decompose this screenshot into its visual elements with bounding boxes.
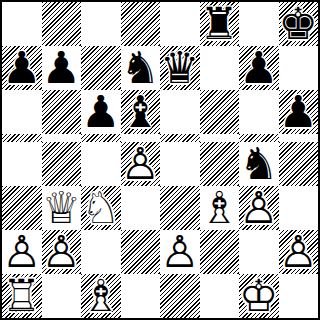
square-c3[interactable]: ♞♘ xyxy=(81,186,121,230)
piece-white-pawn-icon: ♟♙ xyxy=(160,230,199,274)
square-e2[interactable]: ♟♙ xyxy=(160,230,200,274)
square-e1[interactable] xyxy=(160,274,200,318)
square-f4[interactable] xyxy=(200,142,240,186)
square-g7[interactable]: ♟ xyxy=(239,46,279,90)
square-d4[interactable]: ♟♙ xyxy=(121,142,161,186)
square-a6[interactable] xyxy=(2,90,42,134)
square-b7[interactable]: ♟ xyxy=(42,46,82,90)
piece-black-pawn-icon: ♟ xyxy=(81,90,120,134)
square-e4[interactable] xyxy=(160,142,200,186)
piece-white-pawn-icon: ♟♙ xyxy=(279,230,318,274)
square-a3[interactable] xyxy=(2,186,42,230)
square-f7[interactable] xyxy=(200,46,240,90)
square-e7[interactable]: ♛ xyxy=(160,46,200,90)
piece-white-pawn-icon: ♟♙ xyxy=(2,230,41,274)
piece-white-knight-icon: ♞♘ xyxy=(81,186,120,230)
piece-black-rook-icon: ♜ xyxy=(200,2,239,46)
square-e6[interactable] xyxy=(160,90,200,134)
square-g3[interactable]: ♟♙ xyxy=(239,186,279,230)
piece-black-queen-icon: ♛ xyxy=(160,46,199,90)
square-b4[interactable] xyxy=(42,142,82,186)
piece-white-queen-icon: ♛♕ xyxy=(42,186,81,230)
piece-black-knight-icon: ♞ xyxy=(121,46,160,90)
piece-white-pawn-icon: ♟♙ xyxy=(121,142,160,186)
square-h3[interactable] xyxy=(279,186,319,230)
square-c1[interactable]: ♝♗ xyxy=(81,274,121,318)
piece-black-pawn-icon: ♟ xyxy=(239,46,278,90)
square-g1[interactable]: ♚♔ xyxy=(239,274,279,318)
square-c7[interactable] xyxy=(81,46,121,90)
piece-black-pawn-icon: ♟ xyxy=(279,90,318,134)
square-h8[interactable]: ♚ xyxy=(279,2,319,46)
square-h2[interactable]: ♟♙ xyxy=(279,230,319,274)
square-a7[interactable]: ♟ xyxy=(2,46,42,90)
square-c2[interactable] xyxy=(81,230,121,274)
square-h1[interactable] xyxy=(279,274,319,318)
square-g6[interactable] xyxy=(239,90,279,134)
square-c8[interactable] xyxy=(81,2,121,46)
square-d7[interactable]: ♞ xyxy=(121,46,161,90)
square-d1[interactable] xyxy=(121,274,161,318)
square-a1[interactable]: ♜♖ xyxy=(2,274,42,318)
square-b2[interactable]: ♟♙ xyxy=(42,230,82,274)
piece-black-knight-icon: ♞ xyxy=(239,142,278,186)
square-f1[interactable] xyxy=(200,274,240,318)
square-a8[interactable] xyxy=(2,2,42,46)
square-f5[interactable] xyxy=(200,134,240,142)
piece-black-king-icon: ♚ xyxy=(279,2,318,46)
square-h7[interactable] xyxy=(279,46,319,90)
square-a4[interactable] xyxy=(2,142,42,186)
square-a2[interactable]: ♟♙ xyxy=(2,230,42,274)
square-f8[interactable]: ♜ xyxy=(200,2,240,46)
square-b8[interactable] xyxy=(42,2,82,46)
square-d8[interactable] xyxy=(121,2,161,46)
square-b5[interactable] xyxy=(42,134,82,142)
piece-white-pawn-icon: ♟♙ xyxy=(42,230,81,274)
square-f2[interactable] xyxy=(200,230,240,274)
square-h6[interactable]: ♟ xyxy=(279,90,319,134)
square-d2[interactable] xyxy=(121,230,161,274)
square-a5[interactable] xyxy=(2,134,42,142)
piece-black-bishop-icon: ♝ xyxy=(121,90,160,134)
piece-white-rook-icon: ♜♖ xyxy=(2,274,41,318)
square-h4[interactable] xyxy=(279,142,319,186)
square-b6[interactable] xyxy=(42,90,82,134)
piece-black-pawn-icon: ♟ xyxy=(42,46,81,90)
square-g2[interactable] xyxy=(239,230,279,274)
piece-white-bishop-icon: ♝♗ xyxy=(200,186,239,230)
square-g8[interactable] xyxy=(239,2,279,46)
square-e8[interactable] xyxy=(160,2,200,46)
square-f3[interactable]: ♝♗ xyxy=(200,186,240,230)
square-c4[interactable] xyxy=(81,142,121,186)
piece-black-pawn-icon: ♟ xyxy=(2,46,41,90)
square-b3[interactable]: ♛♕ xyxy=(42,186,82,230)
square-g4[interactable]: ♞ xyxy=(239,142,279,186)
piece-white-king-icon: ♚♔ xyxy=(239,274,278,318)
square-e3[interactable] xyxy=(160,186,200,230)
square-f6[interactable] xyxy=(200,90,240,134)
square-d3[interactable] xyxy=(121,186,161,230)
chess-board: ♜♚♟♟♞♛♟♟♝♟♟♙♞♛♕♞♘♝♗♟♙♟♙♟♙♟♙♟♙♜♖♝♗♚♔ xyxy=(0,0,320,320)
square-c6[interactable]: ♟ xyxy=(81,90,121,134)
square-e5[interactable] xyxy=(160,134,200,142)
piece-white-pawn-icon: ♟♙ xyxy=(239,186,278,230)
square-d6[interactable]: ♝ xyxy=(121,90,161,134)
square-b1[interactable] xyxy=(42,274,82,318)
piece-white-bishop-icon: ♝♗ xyxy=(81,274,120,318)
